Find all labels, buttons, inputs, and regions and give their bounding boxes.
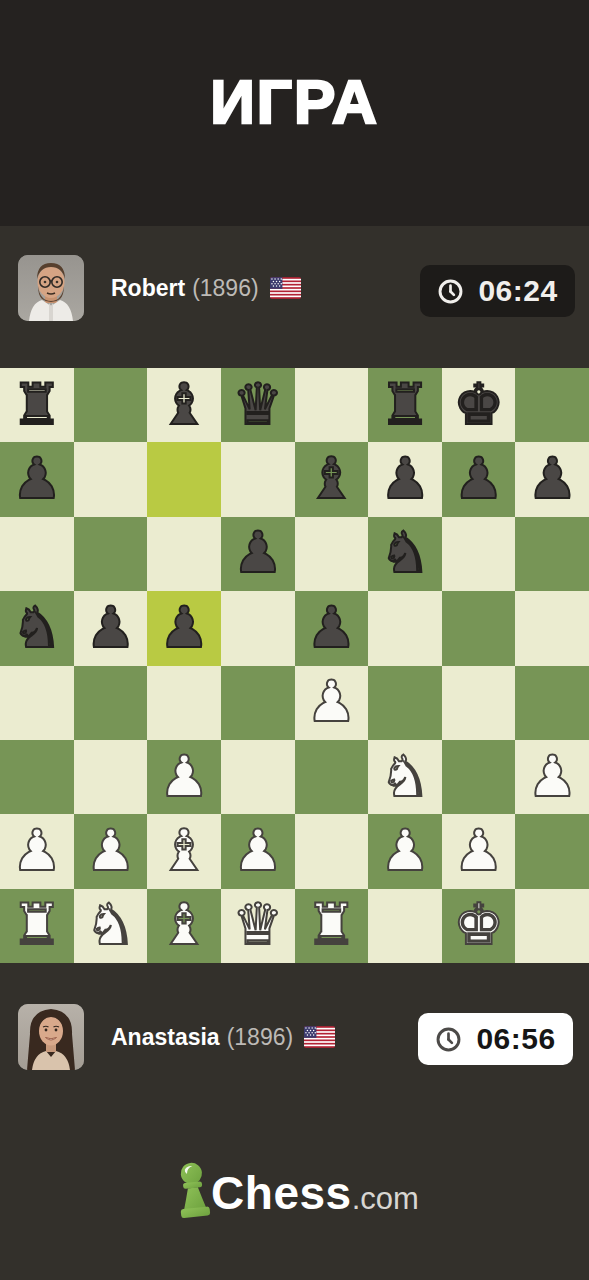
- square-b4[interactable]: [74, 666, 148, 740]
- square-d2[interactable]: ♟: [221, 814, 295, 888]
- piece-black-rook: ♜: [379, 376, 430, 433]
- square-e5[interactable]: ♟: [295, 591, 369, 665]
- square-h1[interactable]: [515, 889, 589, 963]
- square-f5[interactable]: [368, 591, 442, 665]
- square-d5[interactable]: [221, 591, 295, 665]
- avatar-robert-image: [18, 255, 84, 321]
- piece-black-knight: ♞: [11, 599, 62, 656]
- square-e3[interactable]: [295, 740, 369, 814]
- square-a2[interactable]: ♟: [0, 814, 74, 888]
- square-g7[interactable]: ♟: [442, 442, 516, 516]
- chesscom-pawn-icon: [170, 1160, 216, 1218]
- us-flag-icon: [270, 277, 301, 299]
- top-player-clock: 06:24: [420, 265, 575, 317]
- square-h3[interactable]: ♟: [515, 740, 589, 814]
- piece-black-pawn: ♟: [306, 599, 357, 656]
- top-player-rating: (1896): [192, 275, 258, 302]
- square-d1[interactable]: ♛: [221, 889, 295, 963]
- square-g8[interactable]: ♚: [442, 368, 516, 442]
- square-h5[interactable]: [515, 591, 589, 665]
- square-d6[interactable]: ♟: [221, 517, 295, 591]
- clock-icon: [435, 1026, 462, 1053]
- square-b8[interactable]: [74, 368, 148, 442]
- square-b2[interactable]: ♟: [74, 814, 148, 888]
- chess-board: ♜♝♛♜♚♟♝♟♟♟♟♞♞♟♟♟♟♟♞♟♟♟♝♟♟♟♜♞♝♛♜♚: [0, 368, 589, 963]
- avatar-anastasia-image: [18, 1004, 84, 1070]
- square-f4[interactable]: [368, 666, 442, 740]
- brand-logo[interactable]: Chess .com: [0, 1166, 589, 1220]
- square-c7[interactable]: [147, 442, 221, 516]
- square-f8[interactable]: ♜: [368, 368, 442, 442]
- square-a3[interactable]: [0, 740, 74, 814]
- brand-tld: .com: [352, 1181, 419, 1217]
- square-a1[interactable]: ♜: [0, 889, 74, 963]
- square-h8[interactable]: [515, 368, 589, 442]
- piece-black-king: ♚: [453, 376, 504, 433]
- brand-name: Chess: [211, 1166, 352, 1220]
- square-g6[interactable]: [442, 517, 516, 591]
- square-h4[interactable]: [515, 666, 589, 740]
- bottom-clock-time: 06:56: [476, 1022, 555, 1056]
- piece-black-pawn: ♟: [11, 450, 62, 507]
- square-c5[interactable]: ♟: [147, 591, 221, 665]
- square-d8[interactable]: ♛: [221, 368, 295, 442]
- piece-white-pawn: ♟: [453, 822, 504, 879]
- square-f2[interactable]: ♟: [368, 814, 442, 888]
- square-e7[interactable]: ♝: [295, 442, 369, 516]
- piece-black-pawn: ♟: [453, 450, 504, 507]
- clock-icon: [437, 278, 464, 305]
- square-g4[interactable]: [442, 666, 516, 740]
- square-e4[interactable]: ♟: [295, 666, 369, 740]
- square-g3[interactable]: [442, 740, 516, 814]
- square-c1[interactable]: ♝: [147, 889, 221, 963]
- bottom-player-clock: 06:56: [418, 1013, 573, 1065]
- square-e1[interactable]: ♜: [295, 889, 369, 963]
- piece-white-pawn: ♟: [85, 822, 136, 879]
- square-b7[interactable]: [74, 442, 148, 516]
- square-c3[interactable]: ♟: [147, 740, 221, 814]
- piece-black-pawn: ♟: [379, 450, 430, 507]
- piece-black-pawn: ♟: [85, 599, 136, 656]
- piece-black-knight: ♞: [379, 524, 430, 581]
- piece-white-pawn: ♟: [527, 748, 578, 805]
- piece-black-pawn: ♟: [527, 450, 578, 507]
- us-flag-icon: [304, 1026, 335, 1048]
- app-screen: ИГРА: [0, 0, 589, 1280]
- bottom-player-avatar[interactable]: [18, 1004, 84, 1070]
- square-e2[interactable]: [295, 814, 369, 888]
- piece-white-king: ♚: [453, 896, 504, 953]
- square-d3[interactable]: [221, 740, 295, 814]
- square-h7[interactable]: ♟: [515, 442, 589, 516]
- top-clock-time: 06:24: [478, 274, 557, 308]
- square-c8[interactable]: ♝: [147, 368, 221, 442]
- square-h2[interactable]: [515, 814, 589, 888]
- piece-white-bishop: ♝: [159, 822, 210, 879]
- piece-white-knight: ♞: [379, 748, 430, 805]
- piece-black-rook: ♜: [11, 376, 62, 433]
- square-c4[interactable]: [147, 666, 221, 740]
- bottom-player-name: Anastasia: [111, 1024, 220, 1051]
- piece-black-queen: ♛: [232, 376, 283, 433]
- piece-black-bishop: ♝: [306, 450, 357, 507]
- piece-white-pawn: ♟: [306, 673, 357, 730]
- square-b1[interactable]: ♞: [74, 889, 148, 963]
- square-b3[interactable]: [74, 740, 148, 814]
- bottom-player-rating: (1896): [227, 1024, 293, 1051]
- square-f6[interactable]: ♞: [368, 517, 442, 591]
- square-f7[interactable]: ♟: [368, 442, 442, 516]
- piece-white-pawn: ♟: [232, 822, 283, 879]
- piece-white-rook: ♜: [11, 896, 62, 953]
- square-b5[interactable]: ♟: [74, 591, 148, 665]
- piece-white-bishop: ♝: [159, 896, 210, 953]
- square-h6[interactable]: [515, 517, 589, 591]
- piece-white-pawn: ♟: [11, 822, 62, 879]
- square-a8[interactable]: ♜: [0, 368, 74, 442]
- top-player-row: Robert (1896): [18, 255, 301, 321]
- piece-white-queen: ♛: [232, 896, 283, 953]
- piece-black-pawn: ♟: [159, 599, 210, 656]
- square-g2[interactable]: ♟: [442, 814, 516, 888]
- piece-white-rook: ♜: [306, 896, 357, 953]
- piece-white-pawn: ♟: [379, 822, 430, 879]
- square-a6[interactable]: [0, 517, 74, 591]
- piece-white-pawn: ♟: [159, 748, 210, 805]
- square-b6[interactable]: [74, 517, 148, 591]
- square-d4[interactable]: [221, 666, 295, 740]
- piece-black-bishop: ♝: [159, 376, 210, 433]
- square-d7[interactable]: [221, 442, 295, 516]
- square-g5[interactable]: [442, 591, 516, 665]
- square-a5[interactable]: ♞: [0, 591, 74, 665]
- piece-black-pawn: ♟: [232, 524, 283, 581]
- square-c6[interactable]: [147, 517, 221, 591]
- square-e8[interactable]: [295, 368, 369, 442]
- piece-white-knight: ♞: [85, 896, 136, 953]
- square-g1[interactable]: ♚: [442, 889, 516, 963]
- top-player-name: Robert: [111, 275, 185, 302]
- page-title: ИГРА: [0, 66, 589, 137]
- top-player-avatar[interactable]: [18, 255, 84, 321]
- square-a7[interactable]: ♟: [0, 442, 74, 516]
- square-c2[interactable]: ♝: [147, 814, 221, 888]
- square-e6[interactable]: [295, 517, 369, 591]
- square-f1[interactable]: [368, 889, 442, 963]
- square-f3[interactable]: ♞: [368, 740, 442, 814]
- bottom-player-row: Anastasia (1896): [18, 1004, 335, 1070]
- square-a4[interactable]: [0, 666, 74, 740]
